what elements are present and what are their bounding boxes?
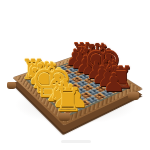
watermark	[61, 140, 91, 143]
board-grid	[24, 57, 130, 117]
board-foot-left	[7, 82, 16, 89]
perspective-scene	[0, 0, 150, 150]
chess-board	[13, 53, 142, 126]
board-foot-right	[128, 92, 139, 100]
product-photo-amber-chess-set: ♜♞♝♛♚♝♞♜♟♟♟♟♟♟♟♟♟♟♟♟♟♟♟♟♜♞♝♛♚♝♞♜	[0, 0, 150, 150]
board-foot-front	[59, 113, 70, 121]
